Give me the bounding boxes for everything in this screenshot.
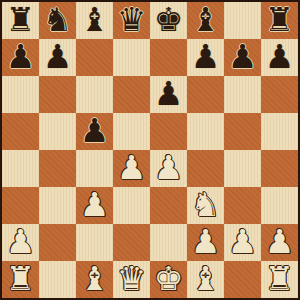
piece-white-pawn-e4: ♟ [154, 150, 184, 186]
piece-white-pawn-d4: ♟ [117, 150, 147, 186]
piece-black-pawn-a7: ♟ [6, 39, 36, 75]
square-g3[interactable] [224, 187, 261, 224]
square-f8[interactable]: ♝ [187, 2, 224, 39]
square-g5[interactable] [224, 113, 261, 150]
square-c8[interactable]: ♝ [76, 2, 113, 39]
piece-black-pawn-c5: ♟ [80, 113, 110, 149]
square-d1[interactable]: ♛ [113, 261, 150, 298]
square-h8[interactable]: ♜ [261, 2, 298, 39]
square-b6[interactable] [39, 76, 76, 113]
square-c4[interactable] [76, 150, 113, 187]
square-c5[interactable]: ♟ [76, 113, 113, 150]
piece-black-king-e8: ♚ [154, 2, 184, 38]
square-b5[interactable] [39, 113, 76, 150]
piece-black-pawn-f7: ♟ [191, 39, 221, 75]
piece-black-rook-a8: ♜ [6, 2, 36, 38]
square-e6[interactable]: ♟ [150, 76, 187, 113]
square-d6[interactable] [113, 76, 150, 113]
square-e4[interactable]: ♟ [150, 150, 187, 187]
square-d3[interactable] [113, 187, 150, 224]
square-h3[interactable] [261, 187, 298, 224]
piece-black-pawn-h7: ♟ [265, 39, 295, 75]
chess-board: ♜♞♝♛♚♝♜♟♟♟♟♟♟♟♟♟♟♞♟♟♟♟♜♝♛♚♝♜ [2, 2, 298, 298]
square-b2[interactable] [39, 224, 76, 261]
square-f1[interactable]: ♝ [187, 261, 224, 298]
piece-black-queen-d8: ♛ [117, 2, 147, 38]
square-f7[interactable]: ♟ [187, 39, 224, 76]
piece-white-rook-h1: ♜ [265, 261, 295, 297]
piece-black-pawn-e6: ♟ [154, 76, 184, 112]
square-c7[interactable] [76, 39, 113, 76]
square-b4[interactable] [39, 150, 76, 187]
piece-white-pawn-g2: ♟ [228, 224, 258, 260]
square-f4[interactable] [187, 150, 224, 187]
square-g7[interactable]: ♟ [224, 39, 261, 76]
square-a1[interactable]: ♜ [2, 261, 39, 298]
piece-white-bishop-c1: ♝ [80, 261, 110, 297]
piece-black-knight-b8: ♞ [43, 2, 73, 38]
chess-board-frame: ♜♞♝♛♚♝♜♟♟♟♟♟♟♟♟♟♟♞♟♟♟♟♜♝♛♚♝♜ [0, 0, 300, 300]
square-e1[interactable]: ♚ [150, 261, 187, 298]
square-b8[interactable]: ♞ [39, 2, 76, 39]
piece-white-pawn-c3: ♟ [80, 187, 110, 223]
square-e8[interactable]: ♚ [150, 2, 187, 39]
piece-white-pawn-a2: ♟ [6, 224, 36, 260]
square-a3[interactable] [2, 187, 39, 224]
square-e3[interactable] [150, 187, 187, 224]
square-d4[interactable]: ♟ [113, 150, 150, 187]
square-h5[interactable] [261, 113, 298, 150]
piece-black-pawn-b7: ♟ [43, 39, 73, 75]
square-g8[interactable] [224, 2, 261, 39]
square-e2[interactable] [150, 224, 187, 261]
square-f3[interactable]: ♞ [187, 187, 224, 224]
square-a5[interactable] [2, 113, 39, 150]
piece-white-queen-d1: ♛ [117, 261, 147, 297]
square-c2[interactable] [76, 224, 113, 261]
piece-black-pawn-g7: ♟ [228, 39, 258, 75]
square-f6[interactable] [187, 76, 224, 113]
square-g4[interactable] [224, 150, 261, 187]
square-g1[interactable] [224, 261, 261, 298]
square-e7[interactable] [150, 39, 187, 76]
square-c3[interactable]: ♟ [76, 187, 113, 224]
square-a4[interactable] [2, 150, 39, 187]
square-f5[interactable] [187, 113, 224, 150]
square-h4[interactable] [261, 150, 298, 187]
square-c1[interactable]: ♝ [76, 261, 113, 298]
square-h6[interactable] [261, 76, 298, 113]
square-b7[interactable]: ♟ [39, 39, 76, 76]
square-f2[interactable]: ♟ [187, 224, 224, 261]
piece-white-pawn-h2: ♟ [265, 224, 295, 260]
square-h7[interactable]: ♟ [261, 39, 298, 76]
square-h1[interactable]: ♜ [261, 261, 298, 298]
piece-white-pawn-f2: ♟ [191, 224, 221, 260]
square-h2[interactable]: ♟ [261, 224, 298, 261]
square-e5[interactable] [150, 113, 187, 150]
piece-black-bishop-f8: ♝ [191, 2, 221, 38]
piece-black-bishop-c8: ♝ [80, 2, 110, 38]
piece-black-rook-h8: ♜ [265, 2, 295, 38]
piece-white-knight-f3: ♞ [191, 187, 221, 223]
piece-white-rook-a1: ♜ [6, 261, 36, 297]
square-d7[interactable] [113, 39, 150, 76]
piece-white-bishop-f1: ♝ [191, 261, 221, 297]
square-b3[interactable] [39, 187, 76, 224]
square-g6[interactable] [224, 76, 261, 113]
square-a8[interactable]: ♜ [2, 2, 39, 39]
piece-white-king-e1: ♚ [154, 261, 184, 297]
square-d8[interactable]: ♛ [113, 2, 150, 39]
square-d5[interactable] [113, 113, 150, 150]
square-a2[interactable]: ♟ [2, 224, 39, 261]
square-g2[interactable]: ♟ [224, 224, 261, 261]
square-a7[interactable]: ♟ [2, 39, 39, 76]
square-a6[interactable] [2, 76, 39, 113]
square-d2[interactable] [113, 224, 150, 261]
square-c6[interactable] [76, 76, 113, 113]
square-b1[interactable] [39, 261, 76, 298]
